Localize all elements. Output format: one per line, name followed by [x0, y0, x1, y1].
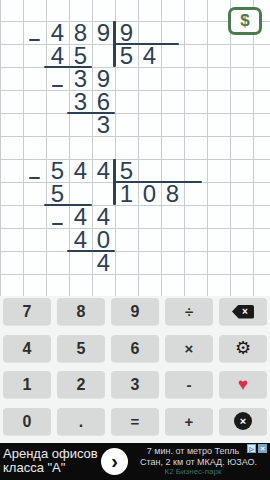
key-label-6: 6: [131, 335, 140, 362]
division-quotient-line: [113, 43, 179, 45]
key-8[interactable]: 8: [57, 298, 106, 325]
worksheet-digit-r10c4: 0: [92, 228, 115, 251]
worksheet-digit-r2c3: 5: [69, 44, 92, 67]
key-label-3: 3: [131, 371, 140, 398]
heart-icon: ♥: [238, 371, 248, 398]
key-label-plus: +: [185, 408, 194, 435]
key-backspace[interactable]: ×: [219, 298, 268, 325]
worksheet-digit-r1c3: 8: [69, 21, 92, 44]
subtraction-underline: [67, 112, 116, 114]
ad-headline-line2: класса "А": [3, 461, 98, 475]
key-4[interactable]: 4: [3, 335, 52, 362]
worksheet-digit-r9c4: 4: [92, 205, 115, 228]
key-minus[interactable]: -: [165, 371, 214, 398]
worksheet-digit-r2c5: 5: [115, 44, 138, 67]
backspace-x-glyph: ×: [242, 305, 248, 319]
key-label-5: 5: [77, 335, 86, 362]
ad-headline[interactable]: Аренда офисов класса "А": [3, 447, 98, 475]
worksheet-digit-r8c6: 0: [138, 182, 161, 205]
worksheet-digit-r1c5: 9: [115, 21, 138, 44]
worksheet-digit-r9c3: 4: [69, 205, 92, 228]
worksheet-digit-r7c2: 5: [46, 159, 69, 182]
key-3[interactable]: 3: [111, 371, 160, 398]
key-0[interactable]: 0: [3, 408, 52, 435]
subtraction-minus-sign: [29, 177, 40, 179]
key-label-1: 1: [23, 371, 32, 398]
key-label-7: 7: [23, 298, 32, 325]
worksheet-digit-r7c3: 4: [69, 159, 92, 182]
worksheet-digit-r10c3: 4: [69, 228, 92, 251]
ad-banner[interactable]: Аренда офисов класса "А" › 7 мин. от мет…: [0, 443, 270, 480]
subtraction-minus-sign: [29, 39, 40, 41]
worksheet-paper: 48994554393635445510844404 $: [0, 0, 270, 296]
key-5[interactable]: 5: [57, 335, 106, 362]
worksheet-digit-r3c3: 3: [69, 67, 92, 90]
ad-headline-line1: Аренда офисов: [3, 447, 98, 461]
close-x-glyph: ×: [240, 412, 246, 430]
key-close[interactable]: ×: [219, 408, 268, 435]
worksheet-digit-r1c2: 4: [46, 21, 69, 44]
key-divide[interactable]: ÷: [165, 298, 214, 325]
key-2[interactable]: 2: [57, 371, 106, 398]
worksheet-digit-r11c4: 4: [92, 251, 115, 274]
worksheet-digit-r7c4: 4: [92, 159, 115, 182]
subtraction-underline: [67, 250, 116, 252]
keypad-row: 456×⚙: [3, 335, 268, 362]
keypad-row: 0.=+×: [3, 408, 268, 435]
key-1[interactable]: 1: [3, 371, 52, 398]
keypad-row: 789÷×: [3, 298, 268, 325]
chevron-right-icon: ›: [111, 449, 118, 474]
ad-info-icon[interactable]: ▷: [247, 444, 256, 453]
key-settings[interactable]: ⚙: [219, 335, 268, 362]
key-6[interactable]: 6: [111, 335, 160, 362]
worksheet-digit-r2c6: 4: [138, 44, 161, 67]
worksheet-digit-r3c4: 9: [92, 67, 115, 90]
key-label-4: 4: [23, 335, 32, 362]
worksheet-digit-r1c4: 9: [92, 21, 115, 44]
key-label-2: 2: [77, 371, 86, 398]
gear-icon: ⚙: [235, 335, 251, 362]
ad-description[interactable]: 7 мин. от метро Тепль Стан, 2 км от МКАД…: [140, 446, 246, 477]
close-circle-icon: ×: [234, 412, 252, 430]
worksheet-digit-r2c2: 4: [46, 44, 69, 67]
dollar-icon: $: [240, 11, 249, 31]
worksheet-digit-r8c5: 1: [115, 182, 138, 205]
worksheet-digit-r4c3: 3: [69, 90, 92, 113]
key-label-minus: -: [186, 371, 191, 398]
key-label-0: 0: [23, 408, 32, 435]
key-label-8: 8: [77, 298, 86, 325]
keypad: 789÷×456×⚙123-♥0.=+×: [0, 296, 270, 443]
worksheet-digit-r8c2: 5: [46, 182, 69, 205]
app-screen: 48994554393635445510844404 $ 789÷×456×⚙1…: [0, 0, 270, 480]
worksheet-digit-r4c4: 6: [92, 90, 115, 113]
key-9[interactable]: 9: [111, 298, 160, 325]
worksheet-digit-r7c5: 5: [115, 159, 138, 182]
ad-close-icon[interactable]: ×: [258, 444, 267, 453]
keypad-row: 123-♥: [3, 371, 268, 398]
worksheet-digit-r5c4: 3: [92, 113, 115, 136]
remove-ads-dollar-button[interactable]: $: [228, 7, 262, 35]
ad-desc-line2: Стан, 2 км от МКАД. ЮЗАО.: [140, 457, 246, 468]
subtraction-minus-sign: [52, 223, 63, 225]
key-label-equals: =: [131, 408, 140, 435]
division-quotient-line: [113, 181, 202, 183]
key-label-divide: ÷: [185, 298, 193, 325]
ad-arrow-button[interactable]: ›: [101, 448, 128, 475]
subtraction-underline: [44, 66, 93, 68]
key-multiply[interactable]: ×: [165, 335, 214, 362]
key-label-9: 9: [131, 298, 140, 325]
key-plus[interactable]: +: [165, 408, 214, 435]
key-label-dot: .: [79, 408, 83, 435]
ad-desc-line1: 7 мин. от метро Тепль: [140, 446, 246, 457]
key-label-multiply: ×: [185, 335, 194, 362]
key-7[interactable]: 7: [3, 298, 52, 325]
subtraction-underline: [44, 204, 93, 206]
key-favorite[interactable]: ♥: [219, 371, 268, 398]
worksheet-digit-r8c7: 8: [161, 182, 184, 205]
key-dot[interactable]: .: [57, 408, 106, 435]
backspace-icon: ×: [232, 305, 254, 319]
key-equals[interactable]: =: [111, 408, 160, 435]
subtraction-minus-sign: [52, 85, 63, 87]
ad-brand-name: К2 Бизнес-парк: [140, 467, 246, 477]
